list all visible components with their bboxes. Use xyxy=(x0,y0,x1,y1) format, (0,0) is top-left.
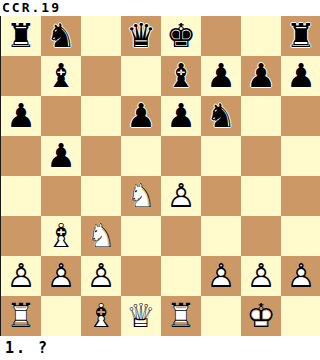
piece-outline: ♖ xyxy=(161,296,201,336)
white-pawn: ♟♙ xyxy=(281,256,320,296)
white-pawn: ♟♙ xyxy=(161,176,201,216)
white-rook: ♜♖ xyxy=(161,296,201,336)
piece-outline: ♘ xyxy=(121,176,161,216)
square-f6[interactable]: ♞ xyxy=(201,96,241,136)
black-rook: ♜ xyxy=(1,16,41,56)
square-h7[interactable]: ♟ xyxy=(281,56,320,96)
square-d2[interactable] xyxy=(121,256,161,296)
square-e4[interactable]: ♟♙ xyxy=(161,176,201,216)
square-a6[interactable]: ♟ xyxy=(1,96,41,136)
square-g5[interactable] xyxy=(241,136,281,176)
black-knight: ♞ xyxy=(201,96,241,136)
square-b8[interactable]: ♞ xyxy=(41,16,81,56)
chess-board: ♜♞♛♚♜♝♝♟♟♟♟♟♟♞♟♞♘♟♙♝♗♞♘♟♙♟♙♟♙♟♙♟♙♟♙♜♖♝♗♛… xyxy=(0,16,320,336)
square-b2[interactable]: ♟♙ xyxy=(41,256,81,296)
square-e2[interactable] xyxy=(161,256,201,296)
piece-outline: ♙ xyxy=(241,256,281,296)
piece-outline: ♙ xyxy=(41,256,81,296)
black-pawn: ♟ xyxy=(161,96,201,136)
white-queen: ♛♕ xyxy=(121,296,161,336)
piece-outline: ♙ xyxy=(281,256,320,296)
white-knight: ♞♘ xyxy=(121,176,161,216)
piece-outline: ♙ xyxy=(161,176,201,216)
square-a5[interactable] xyxy=(1,136,41,176)
diagram-title: CCR.19 xyxy=(0,0,320,16)
square-g2[interactable]: ♟♙ xyxy=(241,256,281,296)
square-g4[interactable] xyxy=(241,176,281,216)
piece-outline: ♗ xyxy=(81,296,121,336)
square-g3[interactable] xyxy=(241,216,281,256)
square-a4[interactable] xyxy=(1,176,41,216)
white-bishop: ♝♗ xyxy=(41,216,81,256)
square-a8[interactable]: ♜ xyxy=(1,16,41,56)
black-pawn: ♟ xyxy=(241,56,281,96)
white-bishop: ♝♗ xyxy=(81,296,121,336)
square-f7[interactable]: ♟ xyxy=(201,56,241,96)
square-c7[interactable] xyxy=(81,56,121,96)
square-h4[interactable] xyxy=(281,176,320,216)
square-e8[interactable]: ♚ xyxy=(161,16,201,56)
square-b5[interactable]: ♟ xyxy=(41,136,81,176)
square-f1[interactable] xyxy=(201,296,241,336)
square-a3[interactable] xyxy=(1,216,41,256)
square-f4[interactable] xyxy=(201,176,241,216)
square-e7[interactable]: ♝ xyxy=(161,56,201,96)
black-bishop: ♝ xyxy=(41,56,81,96)
square-f3[interactable] xyxy=(201,216,241,256)
square-g8[interactable] xyxy=(241,16,281,56)
square-d5[interactable] xyxy=(121,136,161,176)
white-pawn: ♟♙ xyxy=(1,256,41,296)
white-pawn: ♟♙ xyxy=(241,256,281,296)
square-f8[interactable] xyxy=(201,16,241,56)
piece-outline: ♘ xyxy=(81,216,121,256)
black-pawn: ♟ xyxy=(201,56,241,96)
square-e3[interactable] xyxy=(161,216,201,256)
black-knight: ♞ xyxy=(41,16,81,56)
square-h6[interactable] xyxy=(281,96,320,136)
square-c2[interactable]: ♟♙ xyxy=(81,256,121,296)
square-h1[interactable] xyxy=(281,296,320,336)
piece-outline: ♔ xyxy=(241,296,281,336)
square-c8[interactable] xyxy=(81,16,121,56)
square-g6[interactable] xyxy=(241,96,281,136)
square-d7[interactable] xyxy=(121,56,161,96)
piece-outline: ♙ xyxy=(201,256,241,296)
square-e5[interactable] xyxy=(161,136,201,176)
piece-outline: ♙ xyxy=(1,256,41,296)
white-pawn: ♟♙ xyxy=(201,256,241,296)
square-g1[interactable]: ♚♔ xyxy=(241,296,281,336)
black-rook: ♜ xyxy=(281,16,320,56)
black-king: ♚ xyxy=(161,16,201,56)
square-h3[interactable] xyxy=(281,216,320,256)
square-h8[interactable]: ♜ xyxy=(281,16,320,56)
black-pawn: ♟ xyxy=(1,96,41,136)
square-h2[interactable]: ♟♙ xyxy=(281,256,320,296)
black-pawn: ♟ xyxy=(121,96,161,136)
square-c6[interactable] xyxy=(81,96,121,136)
square-c5[interactable] xyxy=(81,136,121,176)
square-f5[interactable] xyxy=(201,136,241,176)
square-b3[interactable]: ♝♗ xyxy=(41,216,81,256)
square-e1[interactable]: ♜♖ xyxy=(161,296,201,336)
white-knight: ♞♘ xyxy=(81,216,121,256)
square-a2[interactable]: ♟♙ xyxy=(1,256,41,296)
square-d1[interactable]: ♛♕ xyxy=(121,296,161,336)
square-c1[interactable]: ♝♗ xyxy=(81,296,121,336)
black-pawn: ♟ xyxy=(281,56,320,96)
square-a7[interactable] xyxy=(1,56,41,96)
move-prompt: 1. ? xyxy=(0,336,320,360)
white-pawn: ♟♙ xyxy=(81,256,121,296)
white-king: ♚♔ xyxy=(241,296,281,336)
piece-outline: ♕ xyxy=(121,296,161,336)
piece-outline: ♖ xyxy=(1,296,41,336)
square-d8[interactable]: ♛ xyxy=(121,16,161,56)
square-b1[interactable] xyxy=(41,296,81,336)
white-rook: ♜♖ xyxy=(1,296,41,336)
square-e6[interactable]: ♟ xyxy=(161,96,201,136)
square-d6[interactable]: ♟ xyxy=(121,96,161,136)
square-g7[interactable]: ♟ xyxy=(241,56,281,96)
square-f2[interactable]: ♟♙ xyxy=(201,256,241,296)
piece-outline: ♙ xyxy=(81,256,121,296)
square-c4[interactable] xyxy=(81,176,121,216)
square-d3[interactable] xyxy=(121,216,161,256)
square-c3[interactable]: ♞♘ xyxy=(81,216,121,256)
square-a1[interactable]: ♜♖ xyxy=(1,296,41,336)
square-b4[interactable] xyxy=(41,176,81,216)
square-b7[interactable]: ♝ xyxy=(41,56,81,96)
black-pawn: ♟ xyxy=(41,136,81,176)
square-d4[interactable]: ♞♘ xyxy=(121,176,161,216)
square-h5[interactable] xyxy=(281,136,320,176)
piece-outline: ♗ xyxy=(41,216,81,256)
black-queen: ♛ xyxy=(121,16,161,56)
white-pawn: ♟♙ xyxy=(41,256,81,296)
square-b6[interactable] xyxy=(41,96,81,136)
black-bishop: ♝ xyxy=(161,56,201,96)
